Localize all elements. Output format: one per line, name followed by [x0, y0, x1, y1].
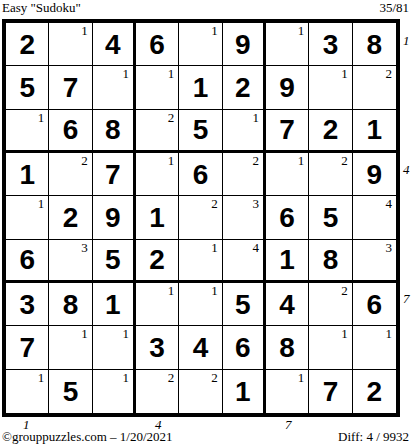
cell-r8c4[interactable]: 3	[136, 326, 179, 369]
cell-r6c3[interactable]: 5	[93, 240, 136, 283]
cell-r2c8[interactable]: 1	[309, 66, 352, 109]
pencil-mark: 1	[38, 111, 45, 124]
pencil-mark: 2	[341, 154, 348, 167]
given-digit: 5	[93, 240, 133, 280]
pencil-mark: 1	[168, 67, 175, 80]
pencil-mark: 2	[211, 371, 218, 384]
cell-r3c7[interactable]: 7	[266, 110, 309, 153]
cell-r9c3[interactable]: 1	[93, 370, 136, 413]
given-digit: 8	[353, 23, 396, 65]
cell-r3c4[interactable]: 2	[136, 110, 179, 153]
cell-r2c2[interactable]: 7	[49, 66, 92, 109]
cell-r4c5[interactable]: 6	[179, 153, 222, 196]
given-digit: 8	[266, 326, 308, 368]
pencil-mark: 2	[211, 197, 218, 210]
cell-r4c8[interactable]: 2	[309, 153, 352, 196]
cell-r8c6[interactable]: 6	[223, 326, 266, 369]
given-digit: 2	[223, 66, 263, 108]
cell-r4c4[interactable]: 1	[136, 153, 179, 196]
pencil-mark: 1	[122, 327, 129, 340]
given-digit: 8	[309, 240, 351, 280]
given-digit: 2	[6, 23, 48, 65]
cell-r7c1[interactable]: 3	[6, 283, 49, 326]
pencil-mark: 4	[252, 241, 259, 254]
given-digit: 2	[353, 370, 396, 413]
cell-r3c9[interactable]: 1	[353, 110, 396, 153]
cell-r1c9[interactable]: 8	[353, 23, 396, 66]
cell-r5c2[interactable]: 2	[49, 196, 92, 239]
cell-r1c5[interactable]: 1	[179, 23, 222, 66]
cell-r4c6[interactable]: 2	[223, 153, 266, 196]
page-header: Easy "Sudoku" 35/81	[2, 1, 409, 15]
cell-r4c3[interactable]: 7	[93, 153, 136, 196]
cell-r2c3[interactable]: 1	[93, 66, 136, 109]
pencil-mark: 1	[298, 154, 305, 167]
pencil-mark: 4	[385, 197, 392, 210]
given-digit: 7	[49, 66, 91, 108]
cell-r5c1[interactable]: 1	[6, 196, 49, 239]
cell-r4c1[interactable]: 1	[6, 153, 49, 196]
cell-r6c9[interactable]: 3	[353, 240, 396, 283]
pencil-mark: 1	[211, 284, 218, 297]
given-digit: 1	[93, 283, 133, 325]
given-digit: 1	[223, 370, 263, 413]
cell-r2c1[interactable]: 5	[6, 66, 49, 109]
cell-r9c1[interactable]: 1	[6, 370, 49, 413]
given-digit: 7	[309, 370, 351, 413]
given-digit: 2	[309, 110, 351, 150]
given-digit: 7	[93, 153, 133, 195]
given-digit: 6	[223, 326, 263, 368]
given-digit: 5	[179, 110, 221, 150]
cell-r2c4[interactable]: 1	[136, 66, 179, 109]
given-digit: 6	[136, 23, 178, 65]
cell-r7c5[interactable]: 1	[179, 283, 222, 326]
cell-r5c8[interactable]: 5	[309, 196, 352, 239]
given-digit: 4	[179, 326, 221, 368]
cell-r7c7[interactable]: 4	[266, 283, 309, 326]
cell-r2c5[interactable]: 1	[179, 66, 222, 109]
cell-r1c1[interactable]: 2	[6, 23, 49, 66]
cell-r1c8[interactable]: 3	[309, 23, 352, 66]
pencil-mark: 1	[168, 284, 175, 297]
cell-r8c7[interactable]: 8	[266, 326, 309, 369]
pencil-mark: 1	[385, 327, 392, 340]
cell-r8c3[interactable]: 1	[93, 326, 136, 369]
cell-r4c2[interactable]: 2	[49, 153, 92, 196]
page-footer: ©grouppuzzles.com – 1/20/2021 Diff: 4 / …	[2, 430, 409, 444]
given-digit: 6	[49, 110, 91, 150]
given-digit: 5	[6, 66, 48, 108]
pencil-mark: 1	[211, 24, 218, 37]
pencil-mark: 3	[252, 197, 259, 210]
pencil-mark: 1	[81, 327, 88, 340]
given-digit: 3	[136, 326, 178, 368]
pencil-mark: 1	[122, 371, 129, 384]
cell-r5c5[interactable]: 2	[179, 196, 222, 239]
pencil-mark: 2	[81, 154, 88, 167]
row-label-4: 4	[403, 163, 412, 176]
cell-r6c1[interactable]: 6	[6, 240, 49, 283]
pencil-mark: 1	[298, 24, 305, 37]
cell-r8c8[interactable]: 1	[309, 326, 352, 369]
cell-r2c7[interactable]: 9	[266, 66, 309, 109]
pencil-mark: 1	[341, 67, 348, 80]
cell-r1c2[interactable]: 1	[49, 23, 92, 66]
given-digit: 9	[266, 66, 308, 108]
cell-r7c4[interactable]: 1	[136, 283, 179, 326]
cell-r9c9[interactable]: 2	[353, 370, 396, 413]
cell-r3c3[interactable]: 8	[93, 110, 136, 153]
given-digit: 3	[6, 283, 48, 325]
difficulty-text: Diff: 4 / 9932	[338, 430, 409, 444]
pencil-mark: 1	[168, 154, 175, 167]
given-digit: 6	[353, 283, 396, 325]
pencil-mark: 2	[168, 111, 175, 124]
cell-r6c5[interactable]: 1	[179, 240, 222, 283]
cell-r9c7[interactable]: 1	[266, 370, 309, 413]
given-digit: 2	[49, 196, 91, 238]
given-digit: 6	[179, 153, 221, 195]
pencil-mark: 1	[298, 371, 305, 384]
pencil-mark: 3	[81, 241, 88, 254]
cell-r6c4[interactable]: 2	[136, 240, 179, 283]
given-digit: 2	[136, 240, 178, 280]
given-digit: 9	[93, 196, 133, 238]
pencil-mark: 1	[341, 327, 348, 340]
cell-r1c4[interactable]: 6	[136, 23, 179, 66]
cell-r6c8[interactable]: 8	[309, 240, 352, 283]
given-digit: 1	[179, 66, 221, 108]
cell-r7c3[interactable]: 1	[93, 283, 136, 326]
cell-r8c9[interactable]: 1	[353, 326, 396, 369]
cell-r6c2[interactable]: 3	[49, 240, 92, 283]
given-digit: 7	[6, 326, 48, 368]
pencil-mark: 2	[168, 371, 175, 384]
given-digit: 1	[353, 110, 396, 150]
cell-r3c1[interactable]: 1	[6, 110, 49, 153]
cell-r9c4[interactable]: 2	[136, 370, 179, 413]
cell-r9c5[interactable]: 2	[179, 370, 222, 413]
cell-r4c7[interactable]: 1	[266, 153, 309, 196]
given-digit: 1	[136, 196, 178, 238]
cell-r8c1[interactable]: 7	[6, 326, 49, 369]
pencil-mark: 2	[385, 67, 392, 80]
pencil-mark: 1	[211, 241, 218, 254]
cell-r3c2[interactable]: 6	[49, 110, 92, 153]
cell-r7c8[interactable]: 2	[309, 283, 352, 326]
given-digit: 5	[223, 283, 263, 325]
cell-r3c5[interactable]: 5	[179, 110, 222, 153]
given-digit: 9	[353, 153, 396, 195]
given-digit: 8	[49, 283, 91, 325]
cell-r3c6[interactable]: 1	[223, 110, 266, 153]
row-label-7: 7	[403, 292, 412, 305]
cell-counter: 35/81	[379, 1, 409, 15]
pencil-mark: 3	[385, 241, 392, 254]
copyright-text: ©grouppuzzles.com – 1/20/2021	[2, 430, 173, 444]
cell-r9c8[interactable]: 7	[309, 370, 352, 413]
cell-r1c3[interactable]: 4	[93, 23, 136, 66]
cell-r5c9[interactable]: 4	[353, 196, 396, 239]
pencil-mark: 1	[122, 67, 129, 80]
puzzle-title: Easy "Sudoku"	[2, 1, 81, 15]
cell-r9c6[interactable]: 1	[223, 370, 266, 413]
cell-r5c7[interactable]: 6	[266, 196, 309, 239]
cell-r6c7[interactable]: 1	[266, 240, 309, 283]
given-digit: 4	[93, 23, 133, 65]
cell-r7c9[interactable]: 6	[353, 283, 396, 326]
cell-r1c6[interactable]: 9	[223, 23, 266, 66]
cell-r3c8[interactable]: 2	[309, 110, 352, 153]
sudoku-page: Easy "Sudoku" 35/81 21461913857111291216…	[0, 0, 412, 445]
cell-r5c6[interactable]: 3	[223, 196, 266, 239]
pencil-mark: 1	[38, 371, 45, 384]
given-digit: 4	[266, 283, 308, 325]
cell-r1c7[interactable]: 1	[266, 23, 309, 66]
cell-r8c5[interactable]: 4	[179, 326, 222, 369]
pencil-mark: 2	[252, 154, 259, 167]
cell-r7c2[interactable]: 8	[49, 283, 92, 326]
pencil-mark: 2	[341, 284, 348, 297]
cell-r5c4[interactable]: 1	[136, 196, 179, 239]
given-digit: 3	[309, 23, 351, 65]
cell-r4c9[interactable]: 9	[353, 153, 396, 196]
pencil-mark: 1	[81, 24, 88, 37]
cell-r2c9[interactable]: 2	[353, 66, 396, 109]
given-digit: 1	[6, 153, 48, 195]
cell-r2c6[interactable]: 2	[223, 66, 266, 109]
cell-r8c2[interactable]: 1	[49, 326, 92, 369]
cell-r6c6[interactable]: 4	[223, 240, 266, 283]
given-digit: 9	[223, 23, 263, 65]
sudoku-board: 2146191385711129121682517211271621291291…	[2, 19, 400, 417]
cell-r5c3[interactable]: 9	[93, 196, 136, 239]
cell-r9c2[interactable]: 5	[49, 370, 92, 413]
pencil-mark: 1	[38, 197, 45, 210]
given-digit: 5	[49, 370, 91, 413]
given-digit: 7	[266, 110, 308, 150]
given-digit: 5	[309, 196, 351, 238]
pencil-mark: 1	[252, 111, 259, 124]
given-digit: 6	[266, 196, 308, 238]
given-digit: 1	[266, 240, 308, 280]
cell-r7c6[interactable]: 5	[223, 283, 266, 326]
row-label-1: 1	[403, 34, 412, 47]
given-digit: 8	[93, 110, 133, 150]
given-digit: 6	[6, 240, 48, 280]
